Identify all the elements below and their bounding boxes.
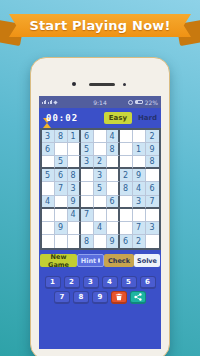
sudoku-cell-r5c1[interactable] <box>42 182 55 195</box>
hint-label: Hint <box>81 257 96 265</box>
sudoku-cell-r3c3[interactable] <box>68 156 81 169</box>
sudoku-cell-r9c6[interactable]: 9 <box>107 235 120 248</box>
sudoku-cell-r1c7[interactable] <box>120 130 133 143</box>
sudoku-cell-r2c5[interactable] <box>94 143 107 156</box>
sudoku-cell-r3c5[interactable]: 2 <box>94 156 107 169</box>
battery-icon <box>135 100 143 104</box>
sudoku-cell-r9c2[interactable] <box>55 235 68 248</box>
sudoku-cell-r8c4[interactable] <box>81 222 94 235</box>
sudoku-cell-r2c7[interactable] <box>120 143 133 156</box>
sudoku-cell-r7c8[interactable] <box>133 209 146 222</box>
sudoku-cell-r3c1[interactable] <box>42 156 55 169</box>
difficulty-selector: Easy Hard <box>104 112 157 124</box>
sudoku-cell-r7c3[interactable]: 4 <box>68 209 81 222</box>
sudoku-cell-r1c9[interactable]: 2 <box>146 130 159 143</box>
sudoku-cell-r2c6[interactable]: 8 <box>107 143 120 156</box>
sudoku-cell-r5c3[interactable]: 3 <box>68 182 81 195</box>
sudoku-cell-r6c6[interactable]: 6 <box>107 196 120 209</box>
sudoku-cell-r1c5[interactable] <box>94 130 107 143</box>
sudoku-cell-r7c1[interactable] <box>42 209 55 222</box>
action-buttons: New Game Hint Check Solve <box>40 254 160 267</box>
share-button[interactable] <box>130 291 146 304</box>
phone-screen: 9:14 22% 00:02 Easy Hard <box>39 96 161 349</box>
sudoku-cell-r5c2[interactable]: 7 <box>55 182 68 195</box>
sudoku-cell-r8c9[interactable]: 3 <box>146 222 159 235</box>
banner-ribbon[interactable]: Start Playing Now! <box>0 0 200 52</box>
sudoku-cell-r1c2[interactable]: 8 <box>55 130 68 143</box>
sudoku-cell-r9c3[interactable] <box>68 235 81 248</box>
sudoku-cell-r9c1[interactable] <box>42 235 55 248</box>
sudoku-cell-r6c8[interactable]: 3 <box>133 196 146 209</box>
sudoku-cell-r5c9[interactable]: 6 <box>146 182 159 195</box>
numpad-4-button[interactable]: 4 <box>102 276 118 289</box>
app-header: 00:02 Easy Hard <box>39 108 161 127</box>
trash-icon <box>115 293 123 301</box>
sudoku-cell-r7c9[interactable] <box>146 209 159 222</box>
sudoku-cell-r6c5[interactable] <box>94 196 107 209</box>
hint-button[interactable]: Hint <box>77 254 104 267</box>
sudoku-cell-r6c9[interactable]: 7 <box>146 196 159 209</box>
sudoku-cell-r4c2[interactable]: 6 <box>55 169 68 182</box>
numpad-9-button[interactable]: 9 <box>92 291 108 304</box>
sudoku-cell-r5c4[interactable] <box>81 182 94 195</box>
numpad-6-button[interactable]: 6 <box>140 276 156 289</box>
sudoku-cell-r2c2[interactable] <box>55 143 68 156</box>
difficulty-easy-button[interactable]: Easy <box>104 112 132 124</box>
sudoku-cell-r4c4[interactable] <box>81 169 94 182</box>
hint-badge-icon <box>98 258 100 263</box>
sudoku-cell-r1c8[interactable] <box>133 130 146 143</box>
sudoku-cell-r6c2[interactable] <box>55 196 68 209</box>
share-icon <box>134 293 142 301</box>
numpad-row-1: 123456 <box>39 276 161 289</box>
sudoku-cell-r8c7[interactable] <box>120 222 133 235</box>
sudoku-cell-r7c2[interactable] <box>55 209 68 222</box>
timer-group: 00:02 <box>43 113 78 123</box>
sudoku-cell-r3c2[interactable]: 5 <box>55 156 68 169</box>
sudoku-cell-r7c4[interactable]: 7 <box>81 209 94 222</box>
difficulty-hard-button[interactable]: Hard <box>138 112 157 124</box>
sudoku-cell-r2c3[interactable] <box>68 143 81 156</box>
sudoku-cell-r4c1[interactable]: 5 <box>42 169 55 182</box>
banner-text: Start Playing Now! <box>29 18 170 33</box>
sudoku-cell-r4c9[interactable] <box>146 169 159 182</box>
timer-value: 00:02 <box>46 113 78 123</box>
sudoku-cell-r3c4[interactable]: 3 <box>81 156 94 169</box>
sudoku-cell-r5c8[interactable]: 4 <box>133 182 146 195</box>
numpad-7-button[interactable]: 7 <box>54 291 70 304</box>
sudoku-cell-r2c4[interactable]: 5 <box>81 143 94 156</box>
sudoku-cell-r4c7[interactable]: 2 <box>120 169 133 182</box>
sudoku-cell-r6c3[interactable]: 9 <box>68 196 81 209</box>
numpad-row-2: 789 <box>39 291 161 304</box>
numpad-3-button[interactable]: 3 <box>83 276 99 289</box>
sudoku-cell-r7c6[interactable] <box>107 209 120 222</box>
sudoku-cell-r4c6[interactable] <box>107 169 120 182</box>
sudoku-cell-r8c1[interactable] <box>42 222 55 235</box>
earpiece-speaker <box>89 83 115 86</box>
sudoku-cell-r8c8[interactable]: 7 <box>133 222 146 235</box>
sudoku-cell-r2c8[interactable]: 1 <box>133 143 146 156</box>
sudoku-cell-r5c5[interactable]: 5 <box>94 182 107 195</box>
sudoku-cell-r3c7[interactable] <box>120 156 133 169</box>
sudoku-cell-r7c5[interactable] <box>94 209 107 222</box>
numpad-8-button[interactable]: 8 <box>73 291 89 304</box>
sudoku-cell-r8c6[interactable] <box>107 222 120 235</box>
sudoku-cell-r9c5[interactable] <box>94 235 107 248</box>
sudoku-cell-r5c6[interactable] <box>107 182 120 195</box>
proximity-sensor <box>123 83 126 86</box>
sudoku-cell-r3c8[interactable] <box>133 156 146 169</box>
sudoku-cell-r3c6[interactable] <box>107 156 120 169</box>
sudoku-cell-r4c5[interactable]: 3 <box>94 169 107 182</box>
numpad-1-button[interactable]: 1 <box>45 276 61 289</box>
sudoku-cell-r2c9[interactable]: 9 <box>146 143 159 156</box>
sudoku-cell-r8c2[interactable]: 9 <box>55 222 68 235</box>
sudoku-cell-r9c4[interactable]: 8 <box>81 235 94 248</box>
solve-button[interactable]: Solve <box>134 254 160 267</box>
status-time: 9:14 <box>39 99 161 106</box>
sudoku-cell-r9c9[interactable] <box>146 235 159 248</box>
sudoku-board: 3816426581953285683297358464963747947389… <box>40 128 161 250</box>
page-background: Start Playing Now! 9:14 22% <box>0 0 200 356</box>
sudoku-cell-r2c1[interactable]: 6 <box>42 143 55 156</box>
sudoku-cell-r1c6[interactable]: 4 <box>107 130 120 143</box>
phone-frame: 9:14 22% 00:02 Easy Hard <box>30 57 170 356</box>
numpad-5-button[interactable]: 5 <box>121 276 137 289</box>
numpad-2-button[interactable]: 2 <box>64 276 80 289</box>
sudoku-cell-r6c1[interactable]: 4 <box>42 196 55 209</box>
new-game-button[interactable]: New Game <box>40 254 77 267</box>
sudoku-cell-r3c9[interactable]: 8 <box>146 156 159 169</box>
sudoku-cell-r4c8[interactable]: 9 <box>133 169 146 182</box>
sudoku-cell-r5c7[interactable]: 8 <box>120 182 133 195</box>
sudoku-cell-r6c4[interactable] <box>81 196 94 209</box>
sudoku-cell-r6c7[interactable] <box>120 196 133 209</box>
sudoku-cell-r8c5[interactable]: 4 <box>94 222 107 235</box>
front-camera <box>72 82 76 86</box>
sudoku-cell-r8c3[interactable] <box>68 222 81 235</box>
sudoku-cell-r7c7[interactable] <box>120 209 133 222</box>
erase-button[interactable] <box>111 291 127 304</box>
check-button[interactable]: Check <box>104 254 134 267</box>
status-bar: 9:14 22% <box>39 96 161 108</box>
ribbon-body: Start Playing Now! <box>9 14 191 37</box>
sudoku-cell-r1c1[interactable]: 3 <box>42 130 55 143</box>
sudoku-cell-r9c8[interactable]: 2 <box>133 235 146 248</box>
sudoku-cell-r9c7[interactable]: 6 <box>120 235 133 248</box>
sudoku-cell-r4c3[interactable]: 8 <box>68 169 81 182</box>
sudoku-cell-r1c3[interactable]: 1 <box>68 130 81 143</box>
number-pad: 123456 789 <box>39 276 161 306</box>
sudoku-cell-r1c4[interactable]: 6 <box>81 130 94 143</box>
